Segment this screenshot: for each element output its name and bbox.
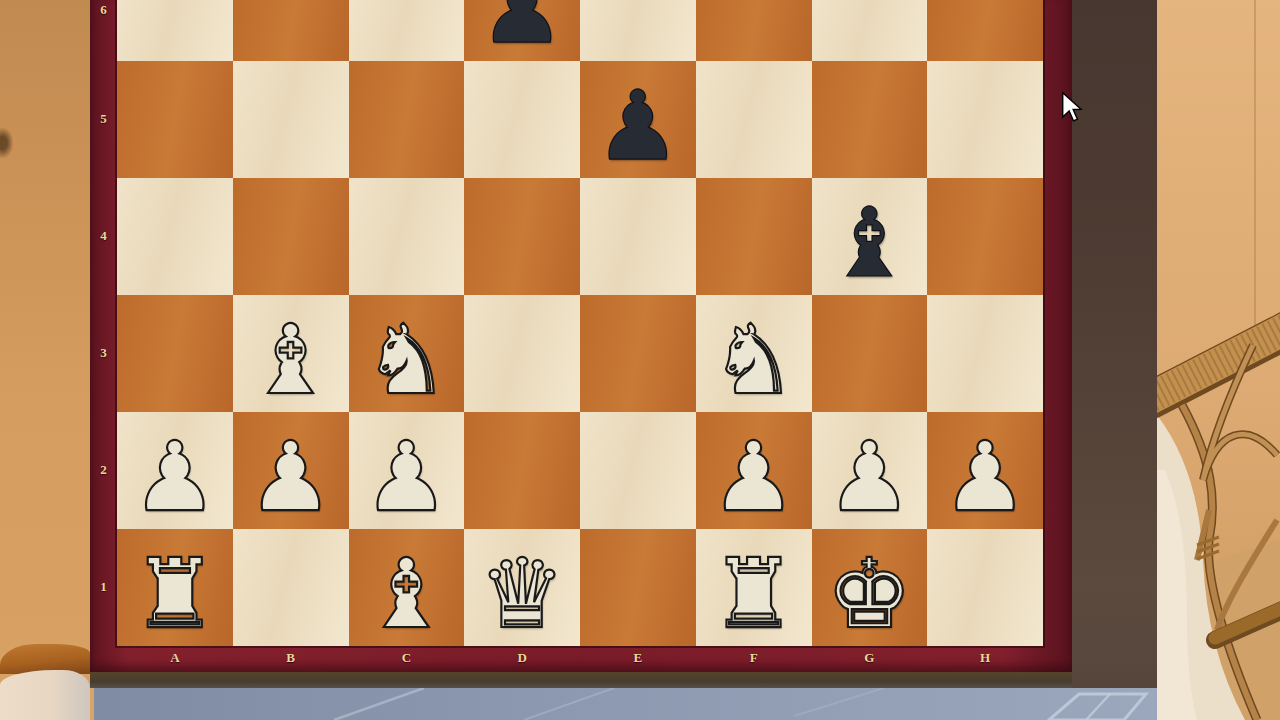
square-a6[interactable] [117,0,233,61]
square-d1[interactable]: ♛ [464,529,580,646]
piece-black-bishop[interactable]: ♝ [826,195,912,291]
file-label-c: C [349,646,465,672]
piece-black-pawn[interactable]: ♟ [479,0,565,57]
piece-white-pawn[interactable]: ♟ [826,429,912,525]
square-d5[interactable] [464,61,580,178]
square-g5[interactable] [812,61,928,178]
piece-white-pawn[interactable]: ♟ [248,429,334,525]
piece-white-pawn[interactable]: ♟ [132,429,218,525]
background-right-wall [1157,0,1280,720]
square-e1[interactable] [580,529,696,646]
square-c2[interactable]: ♟ [349,412,465,529]
square-h2[interactable]: ♟ [927,412,1043,529]
rank-label-4: 4 [90,228,117,244]
floor-left [0,670,90,720]
square-g4[interactable]: ♝ [812,178,928,295]
rank-label-1: 1 [90,579,117,595]
square-f6[interactable] [696,0,812,61]
square-f3[interactable]: ♞ [696,295,812,412]
mouse-cursor [1061,92,1083,122]
square-a1[interactable]: ♜ [117,529,233,646]
file-label-d: D [464,646,580,672]
square-f5[interactable] [696,61,812,178]
square-f4[interactable] [696,178,812,295]
square-g6[interactable] [812,0,928,61]
square-h3[interactable] [927,295,1043,412]
square-f1[interactable]: ♜ [696,529,812,646]
square-e6[interactable] [580,0,696,61]
piece-white-rook[interactable]: ♜ [711,546,797,642]
square-c4[interactable] [349,178,465,295]
square-c1[interactable]: ♝ [349,529,465,646]
square-e5[interactable]: ♟ [580,61,696,178]
board-shadow-band [90,672,1072,688]
piece-white-pawn[interactable]: ♟ [711,429,797,525]
square-b3[interactable]: ♝ [233,295,349,412]
table-reflections [94,688,1157,720]
board-squares: ♟♟♝♝♞♞♟♟♟♟♟♟♜♝♛♜♚ [117,0,1043,646]
board-frame: 654321 ♟♟♝♝♞♞♟♟♟♟♟♟♜♝♛♜♚ ABCDEFGH [90,0,1072,672]
square-c6[interactable] [349,0,465,61]
file-label-h: H [927,646,1043,672]
square-d3[interactable] [464,295,580,412]
rank-label-2: 2 [90,462,117,478]
square-e2[interactable] [580,412,696,529]
cursor-arrow-icon [1063,93,1081,121]
chess-window: 654321 ♟♟♝♝♞♞♟♟♟♟♟♟♜♝♛♜♚ ABCDEFGH [90,0,1157,720]
square-a4[interactable] [117,178,233,295]
piece-white-king[interactable]: ♚ [826,546,912,642]
piece-white-bishop[interactable]: ♝ [248,312,334,408]
piece-white-knight[interactable]: ♞ [711,312,797,408]
square-b1[interactable] [233,529,349,646]
square-b2[interactable]: ♟ [233,412,349,529]
piece-white-rook[interactable]: ♜ [132,546,218,642]
square-h4[interactable] [927,178,1043,295]
square-g2[interactable]: ♟ [812,412,928,529]
file-labels: ABCDEFGH [117,646,1043,672]
square-d6[interactable]: ♟ [464,0,580,61]
piece-white-pawn[interactable]: ♟ [363,429,449,525]
background-left-wall [0,0,90,720]
wall-mark [0,128,13,158]
piece-black-pawn[interactable]: ♟ [595,78,681,174]
rank-label-3: 3 [90,345,117,361]
rank-label-6: 6 [90,2,117,18]
square-g3[interactable] [812,295,928,412]
square-e4[interactable] [580,178,696,295]
square-c5[interactable] [349,61,465,178]
square-h5[interactable] [927,61,1043,178]
piece-white-bishop[interactable]: ♝ [363,546,449,642]
square-d4[interactable] [464,178,580,295]
square-a3[interactable] [117,295,233,412]
square-b5[interactable] [233,61,349,178]
file-label-a: A [117,646,233,672]
square-g1[interactable]: ♚ [812,529,928,646]
square-b6[interactable] [233,0,349,61]
square-b4[interactable] [233,178,349,295]
square-h1[interactable] [927,529,1043,646]
file-label-b: B [233,646,349,672]
file-label-f: F [696,646,812,672]
square-d2[interactable] [464,412,580,529]
square-e3[interactable] [580,295,696,412]
piece-white-knight[interactable]: ♞ [363,312,449,408]
rank-labels: 654321 [90,0,117,646]
square-f2[interactable]: ♟ [696,412,812,529]
rank-label-5: 5 [90,111,117,127]
wicker-chair-illustration [1157,0,1280,720]
window-right-band [1072,0,1157,688]
square-a2[interactable]: ♟ [117,412,233,529]
screenshot-scene: 654321 ♟♟♝♝♞♞♟♟♟♟♟♟♜♝♛♜♚ ABCDEFGH [0,0,1280,720]
table-surface [94,688,1157,720]
file-label-e: E [580,646,696,672]
square-a5[interactable] [117,61,233,178]
piece-white-queen[interactable]: ♛ [479,546,565,642]
square-h6[interactable] [927,0,1043,61]
square-c3[interactable]: ♞ [349,295,465,412]
file-label-g: G [812,646,928,672]
piece-white-pawn[interactable]: ♟ [942,429,1028,525]
